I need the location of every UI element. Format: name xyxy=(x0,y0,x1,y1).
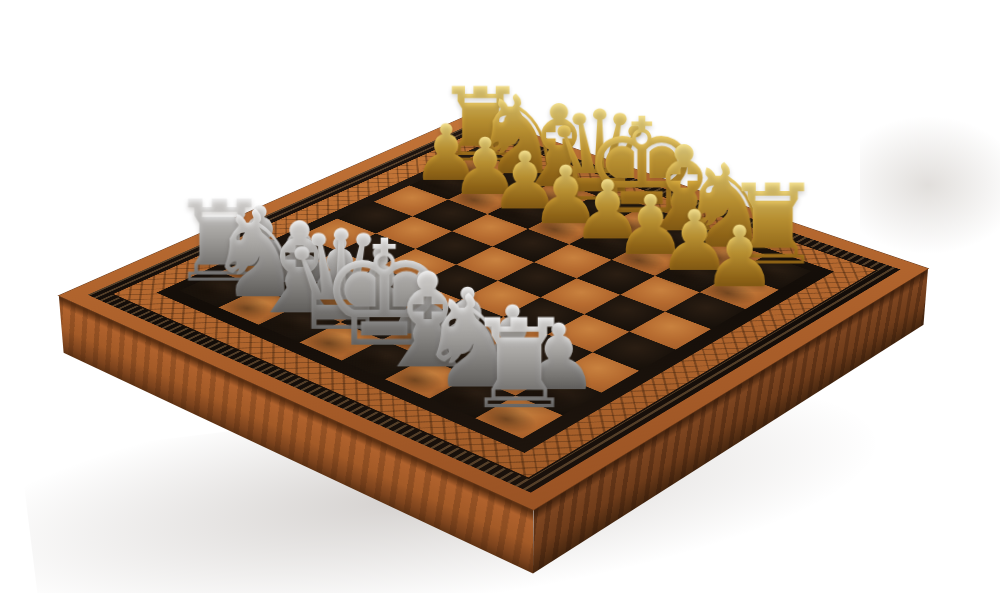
chess-case: ♜♞♝♛♚♝♞♜♟♟♟♟♟♟♟♟♟♟♟♟♟♟♟♟♜♞♝♛♚♝♞♜ xyxy=(59,114,928,510)
black-pawn-glyph: ♟ xyxy=(702,215,778,300)
pieces-layer: ♜♞♝♛♚♝♞♜♟♟♟♟♟♟♟♟♟♟♟♟♟♟♟♟♜♞♝♛♚♝♞♜ xyxy=(59,114,928,510)
scene: ♜♞♝♛♚♝♞♜♟♟♟♟♟♟♟♟♟♟♟♟♟♟♟♟♜♞♝♛♚♝♞♜ xyxy=(0,0,1000,593)
piece-black-pawn[interactable]: ♟ xyxy=(679,141,800,292)
piece-white-rook[interactable]: ♜ xyxy=(453,252,586,418)
white-rook-glyph: ♜ xyxy=(464,302,575,426)
